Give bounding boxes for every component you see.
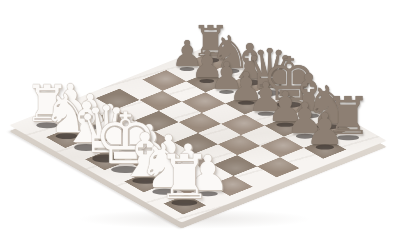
- chess-set-photo: ♜♞♝♛♚♝♞♜♟♟♟♟♟♟♟♟♟♟♟♟♟♟♟♟♜♞♝♛♚♝♞♜: [0, 0, 400, 237]
- piece-white-rook: ♜: [157, 147, 211, 207]
- piece-grey-pawn: ♟: [305, 107, 344, 151]
- pieces-layer: ♜♞♝♛♚♝♞♜♟♟♟♟♟♟♟♟♟♟♟♟♟♟♟♟♜♞♝♛♚♝♞♜: [0, 0, 400, 237]
